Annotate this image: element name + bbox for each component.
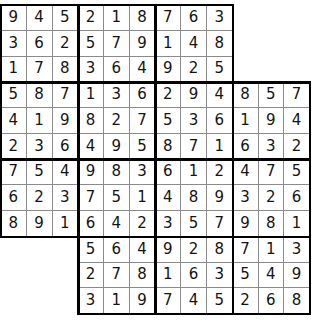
sudoku-cell-r8c5[interactable]: 5 bbox=[104, 185, 130, 211]
empty-corner-region bbox=[284, 5, 310, 31]
sudoku-cell-r7c4[interactable]: 9 bbox=[78, 160, 104, 186]
empty-corner-region bbox=[27, 237, 53, 263]
empty-corner-region bbox=[53, 237, 79, 263]
sudoku-cell-r3c4[interactable]: 3 bbox=[78, 57, 104, 83]
sudoku-cell-r9c7[interactable]: 3 bbox=[156, 211, 182, 237]
sudoku-cell-r1c3[interactable]: 5 bbox=[53, 5, 79, 31]
empty-corner-region bbox=[259, 31, 285, 57]
empty-corner-region bbox=[27, 288, 53, 314]
sudoku-cell-r1c5[interactable]: 1 bbox=[104, 5, 130, 31]
sudoku-cell-r4c6[interactable]: 6 bbox=[130, 82, 156, 108]
sudoku-cell-r8c7[interactable]: 4 bbox=[156, 185, 182, 211]
sudoku-cell-r10c8[interactable]: 2 bbox=[181, 237, 207, 263]
empty-corner-region bbox=[233, 31, 259, 57]
sudoku-cell-r4c1[interactable]: 5 bbox=[1, 82, 27, 108]
sudoku-cell-r6c3[interactable]: 6 bbox=[53, 134, 79, 160]
sudoku-cell-r9c12[interactable]: 1 bbox=[284, 211, 310, 237]
box-border-line-vertical bbox=[154, 4, 157, 316]
sudoku-cell-r2c9[interactable]: 8 bbox=[207, 31, 233, 57]
box-border-line-horizontal bbox=[0, 4, 234, 7]
sudoku-cell-r6c10[interactable]: 6 bbox=[233, 134, 259, 160]
sudoku-cell-r10c12[interactable]: 3 bbox=[284, 237, 310, 263]
sudoku-cell-r7c8[interactable]: 1 bbox=[181, 160, 207, 186]
sudoku-cell-r1c2[interactable]: 4 bbox=[27, 5, 53, 31]
sudoku-cell-r3c1[interactable]: 1 bbox=[1, 57, 27, 83]
sudoku-cell-r7c6[interactable]: 3 bbox=[130, 160, 156, 186]
sudoku-cell-r11c4[interactable]: 2 bbox=[78, 263, 104, 289]
sudoku-cell-r3c9[interactable]: 5 bbox=[207, 57, 233, 83]
sudoku-cell-r5c10[interactable]: 1 bbox=[233, 108, 259, 134]
sudoku-cell-r11c10[interactable]: 5 bbox=[233, 263, 259, 289]
sudoku-cell-r9c8[interactable]: 5 bbox=[181, 211, 207, 237]
sudoku-cell-r11c8[interactable]: 6 bbox=[181, 263, 207, 289]
sudoku-cell-r12c5[interactable]: 1 bbox=[104, 288, 130, 314]
sudoku-cell-r12c8[interactable]: 4 bbox=[181, 288, 207, 314]
sudoku-cell-r5c11[interactable]: 9 bbox=[259, 108, 285, 134]
sudoku-cell-r9c6[interactable]: 2 bbox=[130, 211, 156, 237]
sudoku-cell-r12c9[interactable]: 5 bbox=[207, 288, 233, 314]
sudoku-cell-r7c11[interactable]: 7 bbox=[259, 160, 285, 186]
empty-corner-region bbox=[53, 288, 79, 314]
sudoku-cell-r2c6[interactable]: 9 bbox=[130, 31, 156, 57]
box-border-line-vertical bbox=[77, 4, 80, 316]
sudoku-cell-r2c8[interactable]: 4 bbox=[181, 31, 207, 57]
sudoku-cell-r2c3[interactable]: 2 bbox=[53, 31, 79, 57]
sudoku-cell-r7c3[interactable]: 4 bbox=[53, 160, 79, 186]
empty-corner-region bbox=[259, 57, 285, 83]
empty-corner-region bbox=[53, 263, 79, 289]
sudoku-cell-r1c8[interactable]: 6 bbox=[181, 5, 207, 31]
sudoku-cell-r3c3[interactable]: 8 bbox=[53, 57, 79, 83]
sudoku-cell-r11c11[interactable]: 4 bbox=[259, 263, 285, 289]
sudoku-cell-r9c5[interactable]: 4 bbox=[104, 211, 130, 237]
sudoku-cell-r9c4[interactable]: 6 bbox=[78, 211, 104, 237]
sudoku-cell-r7c9[interactable]: 2 bbox=[207, 160, 233, 186]
empty-corner-region bbox=[1, 288, 27, 314]
sudoku-cell-r10c7[interactable]: 9 bbox=[156, 237, 182, 263]
sudoku-cell-r5c2[interactable]: 1 bbox=[27, 108, 53, 134]
sudoku-cell-r7c1[interactable]: 7 bbox=[1, 160, 27, 186]
sudoku-cell-r5c5[interactable]: 2 bbox=[104, 108, 130, 134]
sudoku-cell-r1c9[interactable]: 3 bbox=[207, 5, 233, 31]
sudoku-cell-r5c7[interactable]: 5 bbox=[156, 108, 182, 134]
sudoku-cell-r6c1[interactable]: 2 bbox=[1, 134, 27, 160]
box-border-line-vertical bbox=[232, 4, 235, 316]
sudoku-cell-r6c12[interactable]: 2 bbox=[284, 134, 310, 160]
sudoku-cell-r5c12[interactable]: 4 bbox=[284, 108, 310, 134]
sudoku-cell-r7c2[interactable]: 5 bbox=[27, 160, 53, 186]
sudoku-cell-r4c2[interactable]: 8 bbox=[27, 82, 53, 108]
sudoku-cell-r9c9[interactable]: 7 bbox=[207, 211, 233, 237]
sudoku-cell-r12c7[interactable]: 7 bbox=[156, 288, 182, 314]
sudoku-cell-r6c2[interactable]: 3 bbox=[27, 134, 53, 160]
box-border-line-horizontal bbox=[77, 313, 311, 316]
sudoku-cell-r3c6[interactable]: 4 bbox=[130, 57, 156, 83]
sudoku-cell-r5c9[interactable]: 6 bbox=[207, 108, 233, 134]
sudoku-cell-r12c4[interactable]: 3 bbox=[78, 288, 104, 314]
sudoku-cell-r9c3[interactable]: 1 bbox=[53, 211, 79, 237]
sudoku-cell-r5c1[interactable]: 4 bbox=[1, 108, 27, 134]
sudoku-cell-r12c11[interactable]: 6 bbox=[259, 288, 285, 314]
sudoku-cell-r11c6[interactable]: 8 bbox=[130, 263, 156, 289]
sudoku-cell-r4c5[interactable]: 3 bbox=[104, 82, 130, 108]
sudoku-cell-r4c9[interactable]: 4 bbox=[207, 82, 233, 108]
sudoku-cell-r11c5[interactable]: 7 bbox=[104, 263, 130, 289]
sudoku-cell-r4c12[interactable]: 7 bbox=[284, 82, 310, 108]
sudoku-cell-r4c4[interactable]: 1 bbox=[78, 82, 104, 108]
sudoku-cell-r10c4[interactable]: 5 bbox=[78, 237, 104, 263]
sudoku-cell-r8c8[interactable]: 8 bbox=[181, 185, 207, 211]
sudoku-cell-r9c10[interactable]: 9 bbox=[233, 211, 259, 237]
sudoku-cell-r1c6[interactable]: 8 bbox=[130, 5, 156, 31]
sudoku-cell-r7c10[interactable]: 4 bbox=[233, 160, 259, 186]
sudoku-cell-r4c10[interactable]: 8 bbox=[233, 82, 259, 108]
sudoku-cell-r12c10[interactable]: 2 bbox=[233, 288, 259, 314]
sudoku-cell-r6c5[interactable]: 9 bbox=[104, 134, 130, 160]
sudoku-cell-r6c9[interactable]: 1 bbox=[207, 134, 233, 160]
sudoku-cell-r2c7[interactable]: 1 bbox=[156, 31, 182, 57]
sudoku-cell-r9c1[interactable]: 8 bbox=[1, 211, 27, 237]
sudoku-cell-r4c7[interactable]: 2 bbox=[156, 82, 182, 108]
sudoku-cell-r5c6[interactable]: 7 bbox=[130, 108, 156, 134]
sudoku-cell-r11c7[interactable]: 1 bbox=[156, 263, 182, 289]
sudoku-cell-r1c4[interactable]: 2 bbox=[78, 5, 104, 31]
sudoku-cell-r8c10[interactable]: 3 bbox=[233, 185, 259, 211]
sudoku-cell-r9c11[interactable]: 8 bbox=[259, 211, 285, 237]
sudoku-cell-r10c10[interactable]: 7 bbox=[233, 237, 259, 263]
box-border-line-vertical bbox=[0, 4, 2, 238]
sudoku-cell-r7c7[interactable]: 6 bbox=[156, 160, 182, 186]
sudoku-cell-r3c2[interactable]: 7 bbox=[27, 57, 53, 83]
sudoku-cell-r7c12[interactable]: 5 bbox=[284, 160, 310, 186]
sudoku-cell-r3c5[interactable]: 6 bbox=[104, 57, 130, 83]
sudoku-cell-r8c12[interactable]: 6 bbox=[284, 185, 310, 211]
sudoku-cell-r4c11[interactable]: 5 bbox=[259, 82, 285, 108]
sudoku-cell-r2c1[interactable]: 3 bbox=[1, 31, 27, 57]
empty-corner-region bbox=[233, 57, 259, 83]
sudoku-cell-r5c3[interactable]: 9 bbox=[53, 108, 79, 134]
empty-corner-region bbox=[284, 31, 310, 57]
sudoku-cell-r1c7[interactable]: 7 bbox=[156, 5, 182, 31]
sudoku-cell-r8c2[interactable]: 2 bbox=[27, 185, 53, 211]
sudoku-cell-r10c6[interactable]: 4 bbox=[130, 237, 156, 263]
sudoku-cell-r2c2[interactable]: 6 bbox=[27, 31, 53, 57]
sudoku-cell-r8c11[interactable]: 2 bbox=[259, 185, 285, 211]
sudoku-cell-r6c6[interactable]: 5 bbox=[130, 134, 156, 160]
sudoku-cell-r5c8[interactable]: 3 bbox=[181, 108, 207, 134]
sudoku-cell-r9c2[interactable]: 9 bbox=[27, 211, 53, 237]
sudoku-cell-r8c3[interactable]: 3 bbox=[53, 185, 79, 211]
empty-corner-region bbox=[284, 57, 310, 83]
sudoku-cell-r3c8[interactable]: 2 bbox=[181, 57, 207, 83]
empty-corner-region bbox=[259, 5, 285, 31]
sudoku-cell-r10c11[interactable]: 1 bbox=[259, 237, 285, 263]
sudoku-cell-r6c4[interactable]: 4 bbox=[78, 134, 104, 160]
sudoku-cell-r12c12[interactable]: 8 bbox=[284, 288, 310, 314]
sudoku-cell-r12c6[interactable]: 9 bbox=[130, 288, 156, 314]
sudoku-cell-r6c8[interactable]: 7 bbox=[181, 134, 207, 160]
sudoku-cell-r6c7[interactable]: 8 bbox=[156, 134, 182, 160]
empty-corner-region bbox=[1, 237, 27, 263]
sudoku-cell-r2c5[interactable]: 7 bbox=[104, 31, 130, 57]
sudoku-cell-r10c9[interactable]: 8 bbox=[207, 237, 233, 263]
empty-corner-region bbox=[27, 263, 53, 289]
sudoku-cell-r3c7[interactable]: 9 bbox=[156, 57, 182, 83]
sudoku-cell-r1c1[interactable]: 9 bbox=[1, 5, 27, 31]
sudoku-cell-r8c1[interactable]: 6 bbox=[1, 185, 27, 211]
sudoku-cell-r2c4[interactable]: 5 bbox=[78, 31, 104, 57]
sudoku-cell-r8c9[interactable]: 9 bbox=[207, 185, 233, 211]
sudoku-board: 9452187633625791481783649255871362948574… bbox=[1, 5, 310, 314]
sudoku-cell-r5c4[interactable]: 8 bbox=[78, 108, 104, 134]
box-border-line-vertical bbox=[309, 81, 312, 315]
sudoku-screenshot: 9452187633625791481783649255871362948574… bbox=[0, 0, 312, 320]
sudoku-cell-r4c3[interactable]: 7 bbox=[53, 82, 79, 108]
sudoku-cell-r10c5[interactable]: 6 bbox=[104, 237, 130, 263]
sudoku-cell-r8c6[interactable]: 1 bbox=[130, 185, 156, 211]
sudoku-cell-r7c5[interactable]: 8 bbox=[104, 160, 130, 186]
sudoku-cell-r11c9[interactable]: 3 bbox=[207, 263, 233, 289]
empty-corner-region bbox=[1, 263, 27, 289]
empty-corner-region bbox=[233, 5, 259, 31]
sudoku-cell-r11c12[interactable]: 9 bbox=[284, 263, 310, 289]
sudoku-cell-r4c8[interactable]: 9 bbox=[181, 82, 207, 108]
sudoku-cell-r6c11[interactable]: 3 bbox=[259, 134, 285, 160]
sudoku-cell-r8c4[interactable]: 7 bbox=[78, 185, 104, 211]
